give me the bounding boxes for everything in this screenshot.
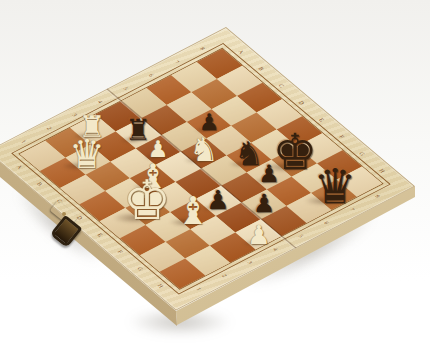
piece-black-queen-h7: ♛	[313, 162, 356, 210]
piece-white-bishop-f3: ♝	[176, 192, 210, 230]
clasp-latch	[46, 206, 84, 248]
piece-white-knight-d5: ♞	[189, 133, 219, 166]
piece-white-queen-b2: ♛	[69, 134, 105, 174]
piece-black-pawn-f6: ♟	[258, 162, 280, 186]
clasp-pin	[62, 212, 66, 216]
board-photo: 88AA77BB66CC55DD44EE33FF22GG11HH ♟♜♜♟♞♞♛…	[0, 0, 430, 360]
piece-white-pawn-h4: ♟	[247, 222, 270, 248]
piece-black-pawn-g5: ♟	[253, 191, 275, 216]
clasp-hook	[50, 215, 83, 248]
